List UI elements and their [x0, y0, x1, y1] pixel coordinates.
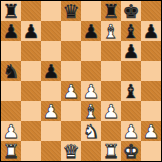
black-pawn[interactable]: ♟	[142, 21, 159, 41]
square-a6[interactable]	[1, 41, 21, 61]
square-g7[interactable]: ♝	[121, 21, 141, 41]
square-a5[interactable]: ♞	[1, 61, 21, 81]
black-pawn[interactable]: ♟	[22, 21, 39, 41]
square-c8[interactable]	[41, 1, 61, 21]
black-pawn[interactable]: ♟	[82, 21, 99, 41]
square-b3[interactable]	[21, 101, 41, 121]
square-d7[interactable]	[61, 21, 81, 41]
square-g5[interactable]	[121, 61, 141, 81]
chess-board: ♜♛♜♚♟♟♟♝♝♟♟♞♟♟♟♝♟♝♟♟♞♟♟♜♛♜♚	[1, 1, 161, 161]
square-d1[interactable]: ♛	[61, 141, 81, 161]
square-h2[interactable]: ♟	[141, 121, 161, 141]
white-pawn[interactable]: ♟	[142, 121, 159, 141]
square-f2[interactable]	[101, 121, 121, 141]
white-king[interactable]: ♚	[122, 141, 139, 161]
square-g6[interactable]: ♟	[121, 41, 141, 61]
chess-board-frame: ♜♛♜♚♟♟♟♝♝♟♟♞♟♟♟♝♟♝♟♟♞♟♟♜♛♜♚	[0, 0, 162, 162]
square-h3[interactable]	[141, 101, 161, 121]
square-g2[interactable]: ♟	[121, 121, 141, 141]
black-rook[interactable]: ♜	[2, 1, 19, 21]
square-c2[interactable]	[41, 121, 61, 141]
black-queen[interactable]: ♛	[62, 1, 79, 21]
white-bishop[interactable]: ♝	[82, 101, 99, 121]
square-d4[interactable]: ♟	[61, 81, 81, 101]
square-f4[interactable]	[101, 81, 121, 101]
square-a2[interactable]: ♟	[1, 121, 21, 141]
square-f8[interactable]: ♜	[101, 1, 121, 21]
square-d5[interactable]	[61, 61, 81, 81]
square-e6[interactable]	[81, 41, 101, 61]
black-pawn[interactable]: ♟	[2, 21, 19, 41]
square-c1[interactable]	[41, 141, 61, 161]
square-g4[interactable]: ♝	[121, 81, 141, 101]
square-c3[interactable]: ♟	[41, 101, 61, 121]
white-pawn[interactable]: ♟	[102, 101, 119, 121]
white-pawn[interactable]: ♟	[2, 121, 19, 141]
square-c4[interactable]	[41, 81, 61, 101]
square-e4[interactable]: ♟	[81, 81, 101, 101]
square-e5[interactable]	[81, 61, 101, 81]
white-pawn[interactable]: ♟	[42, 101, 59, 121]
white-rook[interactable]: ♜	[2, 141, 19, 161]
square-a1[interactable]: ♜	[1, 141, 21, 161]
square-f6[interactable]	[101, 41, 121, 61]
square-g3[interactable]	[121, 101, 141, 121]
square-e7[interactable]: ♟	[81, 21, 101, 41]
white-knight[interactable]: ♞	[82, 121, 99, 141]
square-f5[interactable]	[101, 61, 121, 81]
square-b8[interactable]	[21, 1, 41, 21]
square-a3[interactable]	[1, 101, 21, 121]
square-h6[interactable]	[141, 41, 161, 61]
square-e8[interactable]	[81, 1, 101, 21]
square-h4[interactable]	[141, 81, 161, 101]
white-pawn[interactable]: ♟	[62, 81, 79, 101]
square-g8[interactable]: ♚	[121, 1, 141, 21]
square-a7[interactable]: ♟	[1, 21, 21, 41]
square-f1[interactable]: ♜	[101, 141, 121, 161]
square-d6[interactable]	[61, 41, 81, 61]
square-c7[interactable]	[41, 21, 61, 41]
square-b5[interactable]	[21, 61, 41, 81]
square-e1[interactable]	[81, 141, 101, 161]
black-bishop[interactable]: ♝	[122, 81, 139, 101]
white-pawn[interactable]: ♟	[82, 81, 99, 101]
square-b6[interactable]	[21, 41, 41, 61]
black-king[interactable]: ♚	[122, 1, 139, 21]
square-g1[interactable]: ♚	[121, 141, 141, 161]
square-h1[interactable]	[141, 141, 161, 161]
square-b2[interactable]	[21, 121, 41, 141]
square-h7[interactable]: ♟	[141, 21, 161, 41]
square-b4[interactable]	[21, 81, 41, 101]
square-h8[interactable]	[141, 1, 161, 21]
square-c6[interactable]	[41, 41, 61, 61]
square-a8[interactable]: ♜	[1, 1, 21, 21]
black-rook[interactable]: ♜	[102, 1, 119, 21]
black-pawn[interactable]: ♟	[122, 41, 139, 61]
black-knight[interactable]: ♞	[2, 61, 19, 81]
square-d8[interactable]: ♛	[61, 1, 81, 21]
square-e3[interactable]: ♝	[81, 101, 101, 121]
square-h5[interactable]	[141, 61, 161, 81]
square-f7[interactable]: ♝	[101, 21, 121, 41]
square-a4[interactable]	[1, 81, 21, 101]
square-d3[interactable]	[61, 101, 81, 121]
square-e2[interactable]: ♞	[81, 121, 101, 141]
square-f3[interactable]: ♟	[101, 101, 121, 121]
black-pawn[interactable]: ♟	[42, 61, 59, 81]
square-b7[interactable]: ♟	[21, 21, 41, 41]
white-queen[interactable]: ♛	[62, 141, 79, 161]
square-d2[interactable]	[61, 121, 81, 141]
square-c5[interactable]: ♟	[41, 61, 61, 81]
square-b1[interactable]	[21, 141, 41, 161]
white-rook[interactable]: ♜	[102, 141, 119, 161]
black-bishop[interactable]: ♝	[122, 21, 139, 41]
white-pawn[interactable]: ♟	[122, 121, 139, 141]
white-bishop[interactable]: ♝	[102, 21, 119, 41]
